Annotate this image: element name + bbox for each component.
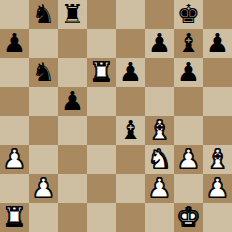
white-bishop-piece[interactable]: ♝ <box>206 145 229 174</box>
white-pawn-piece[interactable]: ♟ <box>32 174 55 203</box>
black-bishop-piece[interactable]: ♝ <box>177 29 200 58</box>
square-b4[interactable] <box>29 116 58 145</box>
black-knight-piece[interactable]: ♞ <box>32 0 55 29</box>
black-knight-piece[interactable]: ♞ <box>32 58 55 87</box>
square-c1[interactable] <box>58 203 87 232</box>
white-pawn-piece[interactable]: ♟ <box>148 174 171 203</box>
square-f3[interactable]: ♞ <box>145 145 174 174</box>
white-king-piece[interactable]: ♚ <box>177 203 200 232</box>
square-d2[interactable] <box>87 174 116 203</box>
square-c2[interactable] <box>58 174 87 203</box>
square-a3[interactable]: ♟ <box>0 145 29 174</box>
black-king-piece[interactable]: ♚ <box>177 0 200 29</box>
square-f8[interactable] <box>145 0 174 29</box>
square-a6[interactable] <box>0 58 29 87</box>
square-h2[interactable]: ♟ <box>203 174 232 203</box>
square-c8[interactable]: ♜ <box>58 0 87 29</box>
white-pawn-piece[interactable]: ♟ <box>177 145 200 174</box>
square-b2[interactable]: ♟ <box>29 174 58 203</box>
square-c6[interactable] <box>58 58 87 87</box>
square-g2[interactable] <box>174 174 203 203</box>
square-a2[interactable] <box>0 174 29 203</box>
white-rook-piece[interactable]: ♜ <box>3 203 26 232</box>
black-pawn-piece[interactable]: ♟ <box>206 29 229 58</box>
square-f5[interactable] <box>145 87 174 116</box>
white-rook-piece[interactable]: ♜ <box>90 58 113 87</box>
square-d5[interactable] <box>87 87 116 116</box>
square-a8[interactable] <box>0 0 29 29</box>
square-e2[interactable] <box>116 174 145 203</box>
square-d8[interactable] <box>87 0 116 29</box>
square-c5[interactable]: ♟ <box>58 87 87 116</box>
square-e1[interactable] <box>116 203 145 232</box>
square-g8[interactable]: ♚ <box>174 0 203 29</box>
square-d4[interactable] <box>87 116 116 145</box>
white-bishop-piece[interactable]: ♝ <box>148 116 171 145</box>
square-e8[interactable] <box>116 0 145 29</box>
square-e4[interactable]: ♝ <box>116 116 145 145</box>
square-b7[interactable] <box>29 29 58 58</box>
square-a4[interactable] <box>0 116 29 145</box>
square-h3[interactable]: ♝ <box>203 145 232 174</box>
square-g6[interactable]: ♟ <box>174 58 203 87</box>
square-c4[interactable] <box>58 116 87 145</box>
square-g7[interactable]: ♝ <box>174 29 203 58</box>
square-e5[interactable] <box>116 87 145 116</box>
square-g1[interactable]: ♚ <box>174 203 203 232</box>
square-d6[interactable]: ♜ <box>87 58 116 87</box>
square-f1[interactable] <box>145 203 174 232</box>
square-g4[interactable] <box>174 116 203 145</box>
square-f6[interactable] <box>145 58 174 87</box>
square-f2[interactable]: ♟ <box>145 174 174 203</box>
square-h1[interactable] <box>203 203 232 232</box>
black-pawn-piece[interactable]: ♟ <box>61 87 84 116</box>
square-d3[interactable] <box>87 145 116 174</box>
square-f7[interactable]: ♟ <box>145 29 174 58</box>
square-e7[interactable] <box>116 29 145 58</box>
square-h5[interactable] <box>203 87 232 116</box>
square-h4[interactable] <box>203 116 232 145</box>
square-e6[interactable]: ♟ <box>116 58 145 87</box>
square-f4[interactable]: ♝ <box>145 116 174 145</box>
square-e3[interactable] <box>116 145 145 174</box>
black-pawn-piece[interactable]: ♟ <box>3 29 26 58</box>
square-b8[interactable]: ♞ <box>29 0 58 29</box>
black-rook-piece[interactable]: ♜ <box>61 0 84 29</box>
square-h8[interactable] <box>203 0 232 29</box>
square-b6[interactable]: ♞ <box>29 58 58 87</box>
square-d1[interactable] <box>87 203 116 232</box>
square-g3[interactable]: ♟ <box>174 145 203 174</box>
black-bishop-piece[interactable]: ♝ <box>119 116 142 145</box>
square-a5[interactable] <box>0 87 29 116</box>
square-d7[interactable] <box>87 29 116 58</box>
square-c3[interactable] <box>58 145 87 174</box>
white-knight-piece[interactable]: ♞ <box>148 145 171 174</box>
black-pawn-piece[interactable]: ♟ <box>119 58 142 87</box>
square-b5[interactable] <box>29 87 58 116</box>
white-pawn-piece[interactable]: ♟ <box>206 174 229 203</box>
square-b3[interactable] <box>29 145 58 174</box>
square-a1[interactable]: ♜ <box>0 203 29 232</box>
square-c7[interactable] <box>58 29 87 58</box>
square-h6[interactable] <box>203 58 232 87</box>
white-pawn-piece[interactable]: ♟ <box>3 145 26 174</box>
black-pawn-piece[interactable]: ♟ <box>148 29 171 58</box>
square-h7[interactable]: ♟ <box>203 29 232 58</box>
square-b1[interactable] <box>29 203 58 232</box>
black-pawn-piece[interactable]: ♟ <box>177 58 200 87</box>
square-g5[interactable] <box>174 87 203 116</box>
chess-board: ♞♜♚♟♟♝♟♞♜♟♟♟♝♝♟♞♟♝♟♟♟♜♚ <box>0 0 232 232</box>
square-a7[interactable]: ♟ <box>0 29 29 58</box>
